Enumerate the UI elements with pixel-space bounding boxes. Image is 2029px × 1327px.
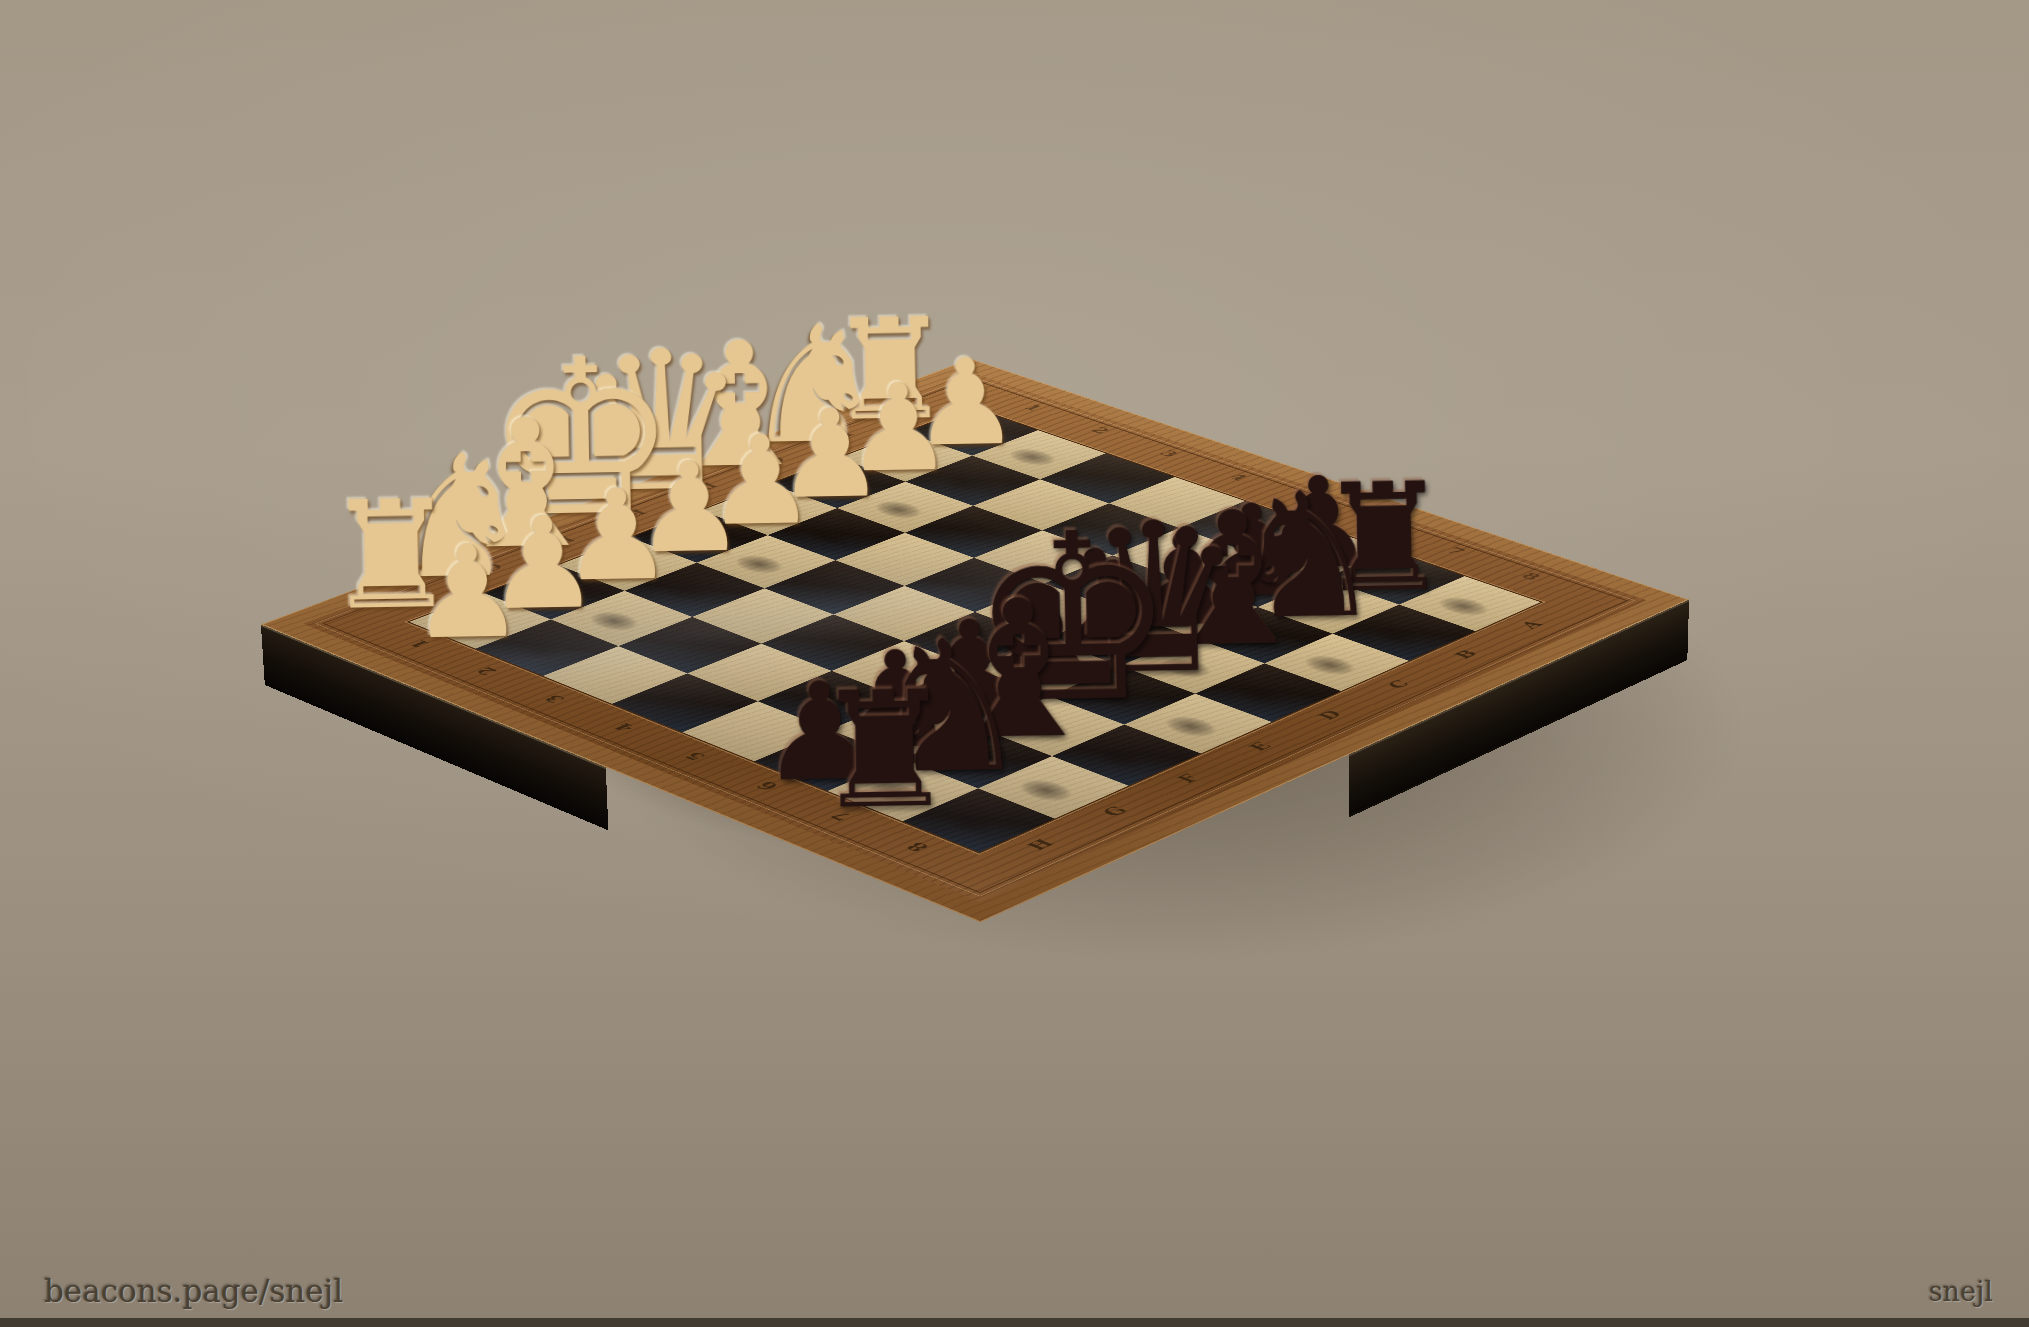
rank-label-far-8: 8 xyxy=(1510,568,1552,584)
chess-board: 1122334455667788AABBCCDDEEFFGGHH ♜♞♝♛♚♝♞… xyxy=(261,359,1689,923)
file-label-c: C xyxy=(1376,675,1420,692)
file-label-h: H xyxy=(1017,835,1063,854)
rank-label-3: 3 xyxy=(533,690,577,708)
rank-label-8: 8 xyxy=(895,837,941,857)
file-label-f: F xyxy=(1166,769,1211,788)
bottom-border-strip xyxy=(0,1318,2029,1327)
rank-label-5: 5 xyxy=(673,747,718,765)
watermark-left: beacons.page/snejl xyxy=(44,1273,343,1309)
file-label-d: D xyxy=(1308,706,1352,724)
rank-label-2: 2 xyxy=(465,663,508,680)
rank-label-far-2: 2 xyxy=(1081,423,1121,437)
watermark-right: snejl xyxy=(1929,1276,1993,1307)
file-label-g: G xyxy=(1092,802,1138,821)
black-rook-glyph: ♜ xyxy=(812,670,958,832)
rank-label-far-3: 3 xyxy=(1149,446,1189,461)
rank-label-4: 4 xyxy=(602,718,646,736)
rank-label-far-1: 1 xyxy=(1014,400,1053,414)
backdrop: 1122334455667788AABBCCDDEEFFGGHH ♜♞♝♛♚♝♞… xyxy=(0,0,2029,1327)
white-pawn-glyph: ♟ xyxy=(409,528,526,658)
